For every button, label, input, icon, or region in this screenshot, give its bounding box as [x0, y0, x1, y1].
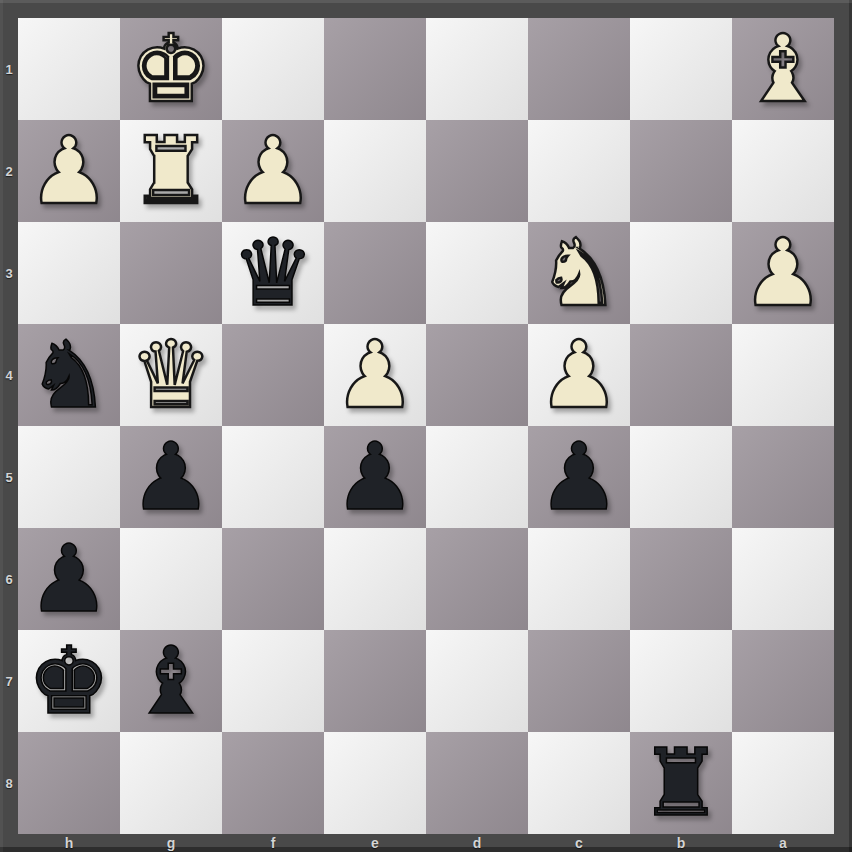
- white-knight-c3[interactable]: ♞: [537, 227, 620, 320]
- square-d3[interactable]: [426, 222, 528, 324]
- square-a2[interactable]: [732, 120, 834, 222]
- file-label-b: b: [630, 834, 732, 852]
- square-b6[interactable]: [630, 528, 732, 630]
- black-rook-b8[interactable]: ♜: [639, 737, 722, 830]
- square-c5[interactable]: ♟: [528, 426, 630, 528]
- square-a4[interactable]: [732, 324, 834, 426]
- white-pawn-f2[interactable]: ♟: [231, 125, 314, 218]
- square-b4[interactable]: [630, 324, 732, 426]
- rank-label-2: 2: [0, 120, 18, 222]
- square-e3[interactable]: [324, 222, 426, 324]
- square-e4[interactable]: ♟: [324, 324, 426, 426]
- square-c4[interactable]: ♟: [528, 324, 630, 426]
- white-rook-g2[interactable]: ♜: [129, 125, 212, 218]
- square-f6[interactable]: [222, 528, 324, 630]
- square-b8[interactable]: ♜: [630, 732, 732, 834]
- file-label-g: g: [120, 834, 222, 852]
- square-d8[interactable]: [426, 732, 528, 834]
- square-g3[interactable]: [120, 222, 222, 324]
- square-h1[interactable]: [18, 18, 120, 120]
- square-b3[interactable]: [630, 222, 732, 324]
- square-d1[interactable]: [426, 18, 528, 120]
- white-pawn-a3[interactable]: ♟: [741, 227, 824, 320]
- square-f3[interactable]: ♛: [222, 222, 324, 324]
- file-label-a: a: [732, 834, 834, 852]
- square-b2[interactable]: [630, 120, 732, 222]
- square-h4[interactable]: ♞: [18, 324, 120, 426]
- black-knight-h4[interactable]: ♞: [27, 329, 110, 422]
- square-f5[interactable]: [222, 426, 324, 528]
- file-label-d: d: [426, 834, 528, 852]
- square-f8[interactable]: [222, 732, 324, 834]
- square-g4[interactable]: ♛: [120, 324, 222, 426]
- square-g7[interactable]: ♝: [120, 630, 222, 732]
- square-b5[interactable]: [630, 426, 732, 528]
- chess-board: ♚♝♟♜♟♛♞♟♞♛♟♟♟♟♟♟♚♝♜: [18, 18, 834, 834]
- square-a6[interactable]: [732, 528, 834, 630]
- white-queen-g4[interactable]: ♛: [129, 329, 212, 422]
- square-c2[interactable]: [528, 120, 630, 222]
- square-h8[interactable]: [18, 732, 120, 834]
- square-h2[interactable]: ♟: [18, 120, 120, 222]
- file-label-f: f: [222, 834, 324, 852]
- square-h6[interactable]: ♟: [18, 528, 120, 630]
- square-g1[interactable]: ♚: [120, 18, 222, 120]
- square-f1[interactable]: [222, 18, 324, 120]
- square-f2[interactable]: ♟: [222, 120, 324, 222]
- square-b7[interactable]: [630, 630, 732, 732]
- white-pawn-h2[interactable]: ♟: [27, 125, 110, 218]
- black-pawn-c5[interactable]: ♟: [537, 431, 620, 524]
- square-c6[interactable]: [528, 528, 630, 630]
- file-label-c: c: [528, 834, 630, 852]
- square-d7[interactable]: [426, 630, 528, 732]
- file-label-h: h: [18, 834, 120, 852]
- square-g5[interactable]: ♟: [120, 426, 222, 528]
- square-h5[interactable]: [18, 426, 120, 528]
- square-c8[interactable]: [528, 732, 630, 834]
- white-pawn-c4[interactable]: ♟: [537, 329, 620, 422]
- square-f4[interactable]: [222, 324, 324, 426]
- square-d4[interactable]: [426, 324, 528, 426]
- square-d5[interactable]: [426, 426, 528, 528]
- black-king-h7[interactable]: ♚: [27, 635, 110, 728]
- square-c1[interactable]: [528, 18, 630, 120]
- square-g8[interactable]: [120, 732, 222, 834]
- chess-board-frame: 12345678 ♚♝♟♜♟♛♞♟♞♛♟♟♟♟♟♟♚♝♜ hgfedcba: [0, 0, 852, 852]
- square-h7[interactable]: ♚: [18, 630, 120, 732]
- square-a5[interactable]: [732, 426, 834, 528]
- square-h3[interactable]: [18, 222, 120, 324]
- rank-label-3: 3: [0, 222, 18, 324]
- square-e2[interactable]: [324, 120, 426, 222]
- square-e6[interactable]: [324, 528, 426, 630]
- file-label-e: e: [324, 834, 426, 852]
- square-e5[interactable]: ♟: [324, 426, 426, 528]
- black-queen-f3[interactable]: ♛: [231, 227, 314, 320]
- square-a3[interactable]: ♟: [732, 222, 834, 324]
- square-a7[interactable]: [732, 630, 834, 732]
- rank-label-6: 6: [0, 528, 18, 630]
- square-a1[interactable]: ♝: [732, 18, 834, 120]
- square-b1[interactable]: [630, 18, 732, 120]
- black-pawn-g5[interactable]: ♟: [129, 431, 212, 524]
- rank-label-7: 7: [0, 630, 18, 732]
- square-c7[interactable]: [528, 630, 630, 732]
- rank-label-4: 4: [0, 324, 18, 426]
- rank-label-5: 5: [0, 426, 18, 528]
- square-g6[interactable]: [120, 528, 222, 630]
- black-pawn-e5[interactable]: ♟: [333, 431, 416, 524]
- square-g2[interactable]: ♜: [120, 120, 222, 222]
- square-f7[interactable]: [222, 630, 324, 732]
- square-d6[interactable]: [426, 528, 528, 630]
- black-pawn-h6[interactable]: ♟: [27, 533, 110, 626]
- rank-label-1: 1: [0, 18, 18, 120]
- white-pawn-e4[interactable]: ♟: [333, 329, 416, 422]
- white-bishop-a1[interactable]: ♝: [741, 23, 824, 116]
- square-a8[interactable]: [732, 732, 834, 834]
- square-d2[interactable]: [426, 120, 528, 222]
- rank-label-8: 8: [0, 732, 18, 834]
- black-bishop-g7[interactable]: ♝: [129, 635, 212, 728]
- square-e8[interactable]: [324, 732, 426, 834]
- square-e7[interactable]: [324, 630, 426, 732]
- white-king-g1[interactable]: ♚: [129, 23, 212, 116]
- square-c3[interactable]: ♞: [528, 222, 630, 324]
- file-labels: hgfedcba: [18, 834, 834, 852]
- square-e1[interactable]: [324, 18, 426, 120]
- rank-labels: 12345678: [0, 18, 18, 834]
